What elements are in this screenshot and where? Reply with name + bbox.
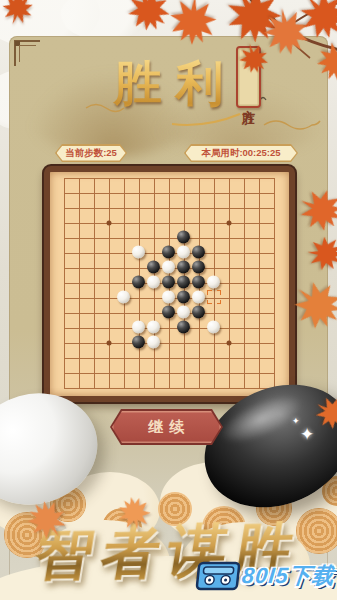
gold-swoosh-icon	[170, 112, 242, 128]
white-stone	[117, 290, 130, 303]
white-stone	[162, 290, 175, 303]
black-stone	[192, 275, 205, 288]
black-stone	[162, 275, 175, 288]
black-stone	[177, 290, 190, 303]
cloud-scroll-icon	[262, 116, 322, 132]
star-point	[107, 341, 112, 346]
maple-leaf-icon	[304, 232, 337, 273]
white-stone	[207, 320, 220, 333]
black-stone	[192, 305, 205, 318]
white-stone	[162, 260, 175, 273]
white-stone	[177, 305, 190, 318]
black-stone	[177, 275, 190, 288]
gomoku-board	[44, 166, 295, 402]
sparkle-icon: ✦	[292, 416, 300, 426]
steps-badge: 当前步数:25	[55, 144, 127, 162]
sparkle-icon: ✦	[300, 424, 314, 445]
black-stone	[162, 245, 175, 258]
time-badge: 本局用时:00:25:25	[184, 144, 298, 162]
white-stone	[147, 320, 160, 333]
maple-leaf-icon	[166, 0, 222, 48]
black-stone	[177, 230, 190, 243]
white-stone	[192, 290, 205, 303]
black-stone	[192, 260, 205, 273]
victory-screen: 胜利 方胜 当前步数:25 本局用时:00:25:25 继续 ✦ ✦	[0, 0, 337, 600]
black-stone	[132, 335, 145, 348]
black-stone	[192, 245, 205, 258]
time-label: 本局用时:00:25:25	[201, 147, 280, 160]
last-move-marker	[207, 290, 221, 304]
star-point	[107, 221, 112, 226]
white-stone	[177, 245, 190, 258]
black-stone	[177, 320, 190, 333]
continue-button-label: 继续	[110, 409, 223, 445]
cassette-icon	[194, 560, 241, 592]
white-stone	[132, 245, 145, 258]
steps-label: 当前步数:25	[65, 147, 117, 160]
white-stone	[132, 320, 145, 333]
white-stone	[207, 275, 220, 288]
white-stone	[147, 335, 160, 348]
star-point	[227, 221, 232, 226]
black-stone	[162, 305, 175, 318]
black-stone	[132, 275, 145, 288]
black-stone	[147, 260, 160, 273]
star-point	[227, 341, 232, 346]
black-stone	[177, 260, 190, 273]
download-watermark[interactable]: 80I5下载	[194, 560, 336, 592]
cloud-scroll-icon	[84, 100, 126, 114]
maple-leaf-icon	[113, 493, 155, 535]
white-stone	[147, 275, 160, 288]
watermark-text: 80I5下载	[241, 561, 337, 591]
continue-button[interactable]: 继续	[110, 409, 223, 445]
board-grid[interactable]	[64, 178, 275, 389]
